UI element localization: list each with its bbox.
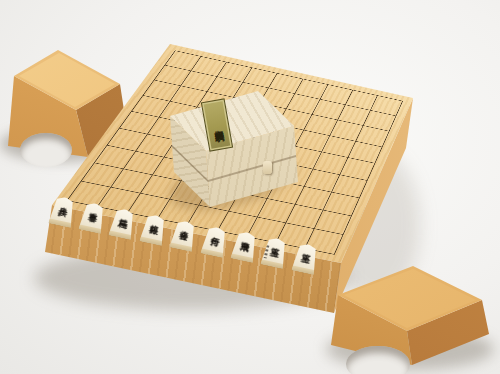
shogi-set-photo: 御将棋駒 歩兵香車桂馬銀将金将角行飛車玉将王将 <box>0 0 500 374</box>
komadai-right-arch-cutout <box>346 346 410 374</box>
piece-box-label-text: 御将棋駒 <box>212 122 222 128</box>
komadai-left-arch-cutout <box>20 133 72 167</box>
piece-box-clasp <box>263 161 272 174</box>
